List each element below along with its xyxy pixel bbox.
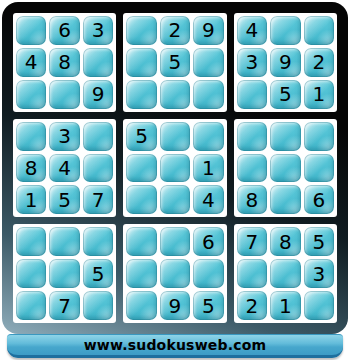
cell-r9c1[interactable] bbox=[16, 291, 46, 320]
cell-r4c9[interactable] bbox=[304, 122, 334, 151]
cell-r3c4[interactable] bbox=[126, 80, 156, 109]
cell-r8c3: 5 bbox=[83, 259, 113, 288]
block-2: 295 bbox=[123, 13, 226, 112]
block-5: 514 bbox=[123, 119, 226, 218]
cell-r4c4: 5 bbox=[126, 122, 156, 151]
cell-r2c2: 8 bbox=[49, 48, 79, 77]
cell-r1c8[interactable] bbox=[270, 16, 300, 45]
cell-r9c7: 2 bbox=[237, 291, 267, 320]
cell-r2c7: 3 bbox=[237, 48, 267, 77]
cell-r9c9[interactable] bbox=[304, 291, 334, 320]
block-3: 439251 bbox=[234, 13, 337, 112]
cell-r5c9[interactable] bbox=[304, 154, 334, 183]
cell-r7c7: 7 bbox=[237, 227, 267, 256]
cell-r1c7: 4 bbox=[237, 16, 267, 45]
cell-r2c3[interactable] bbox=[83, 48, 113, 77]
cell-r4c2: 3 bbox=[49, 122, 79, 151]
cell-r3c3: 9 bbox=[83, 80, 113, 109]
cell-r9c4[interactable] bbox=[126, 291, 156, 320]
cell-r1c3: 3 bbox=[83, 16, 113, 45]
cell-r3c2[interactable] bbox=[49, 80, 79, 109]
cell-r7c9: 5 bbox=[304, 227, 334, 256]
cell-r3c1[interactable] bbox=[16, 80, 46, 109]
cell-r3c7[interactable] bbox=[237, 80, 267, 109]
block-8: 695 bbox=[123, 224, 226, 323]
cell-r5c5[interactable] bbox=[160, 154, 190, 183]
cell-r6c3: 7 bbox=[83, 185, 113, 214]
cell-r7c8: 8 bbox=[270, 227, 300, 256]
cell-r5c7[interactable] bbox=[237, 154, 267, 183]
cell-r4c1[interactable] bbox=[16, 122, 46, 151]
cell-r5c1: 8 bbox=[16, 154, 46, 183]
cell-r9c3[interactable] bbox=[83, 291, 113, 320]
cell-r6c5[interactable] bbox=[160, 185, 190, 214]
cell-r1c4[interactable] bbox=[126, 16, 156, 45]
sudoku-board: 634892954392513841575148657695785321 bbox=[2, 2, 348, 334]
cell-r1c2: 6 bbox=[49, 16, 79, 45]
cell-r7c4[interactable] bbox=[126, 227, 156, 256]
cell-r5c6: 1 bbox=[193, 154, 223, 183]
cell-r5c3[interactable] bbox=[83, 154, 113, 183]
cell-r3c8: 5 bbox=[270, 80, 300, 109]
cell-r4c3[interactable] bbox=[83, 122, 113, 151]
cell-r6c6: 4 bbox=[193, 185, 223, 214]
cell-r6c1: 1 bbox=[16, 185, 46, 214]
cell-r2c9: 2 bbox=[304, 48, 334, 77]
cell-r5c8[interactable] bbox=[270, 154, 300, 183]
cell-r7c2[interactable] bbox=[49, 227, 79, 256]
cell-r7c5[interactable] bbox=[160, 227, 190, 256]
cell-r9c5: 9 bbox=[160, 291, 190, 320]
cell-r7c3[interactable] bbox=[83, 227, 113, 256]
cell-r6c2: 5 bbox=[49, 185, 79, 214]
cell-r6c7: 8 bbox=[237, 185, 267, 214]
footer-bar: www.sudokusweb.com bbox=[7, 334, 343, 358]
cell-r8c7[interactable] bbox=[237, 259, 267, 288]
cell-r8c2[interactable] bbox=[49, 259, 79, 288]
cell-r8c1[interactable] bbox=[16, 259, 46, 288]
cell-r2c1: 4 bbox=[16, 48, 46, 77]
cell-r8c4[interactable] bbox=[126, 259, 156, 288]
cell-r4c7[interactable] bbox=[237, 122, 267, 151]
cell-r4c6[interactable] bbox=[193, 122, 223, 151]
cell-r2c6[interactable] bbox=[193, 48, 223, 77]
block-6: 86 bbox=[234, 119, 337, 218]
block-7: 57 bbox=[13, 224, 116, 323]
cell-r2c5: 5 bbox=[160, 48, 190, 77]
cell-r2c8: 9 bbox=[270, 48, 300, 77]
cell-r6c4[interactable] bbox=[126, 185, 156, 214]
cell-r4c5[interactable] bbox=[160, 122, 190, 151]
cell-r7c6: 6 bbox=[193, 227, 223, 256]
cell-r3c6[interactable] bbox=[193, 80, 223, 109]
block-4: 384157 bbox=[13, 119, 116, 218]
cell-r1c5: 2 bbox=[160, 16, 190, 45]
cell-r8c6[interactable] bbox=[193, 259, 223, 288]
cell-r7c1[interactable] bbox=[16, 227, 46, 256]
cell-r5c2: 4 bbox=[49, 154, 79, 183]
cell-r1c1[interactable] bbox=[16, 16, 46, 45]
cell-r1c6: 9 bbox=[193, 16, 223, 45]
block-1: 63489 bbox=[13, 13, 116, 112]
cell-r8c5[interactable] bbox=[160, 259, 190, 288]
block-9: 785321 bbox=[234, 224, 337, 323]
cell-r8c9: 3 bbox=[304, 259, 334, 288]
cell-r2c4[interactable] bbox=[126, 48, 156, 77]
website-link[interactable]: www.sudokusweb.com bbox=[84, 337, 267, 353]
cell-r6c9: 6 bbox=[304, 185, 334, 214]
cell-r8c8[interactable] bbox=[270, 259, 300, 288]
cell-r9c2: 7 bbox=[49, 291, 79, 320]
cell-r6c8[interactable] bbox=[270, 185, 300, 214]
cell-r3c9: 1 bbox=[304, 80, 334, 109]
cell-r1c9[interactable] bbox=[304, 16, 334, 45]
cell-r9c8: 1 bbox=[270, 291, 300, 320]
cell-r5c4[interactable] bbox=[126, 154, 156, 183]
cell-r4c8[interactable] bbox=[270, 122, 300, 151]
cell-r3c5[interactable] bbox=[160, 80, 190, 109]
cell-r9c6: 5 bbox=[193, 291, 223, 320]
